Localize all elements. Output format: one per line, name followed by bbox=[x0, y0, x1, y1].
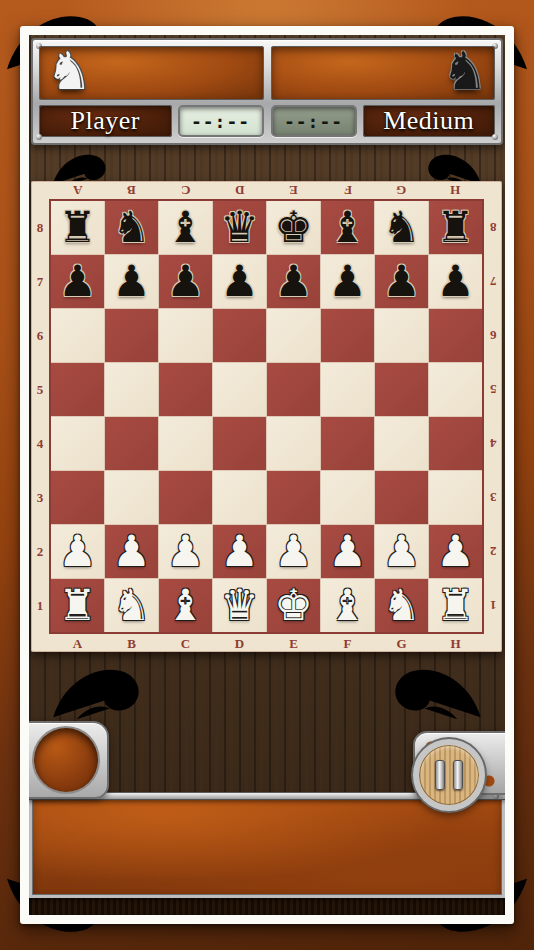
player-icon-row: ♞ ♞ bbox=[39, 46, 495, 100]
rank-label-7: 7 bbox=[37, 275, 44, 288]
pause-button[interactable] bbox=[413, 739, 485, 811]
file-label-a: A bbox=[73, 637, 82, 650]
file-label-c: C bbox=[181, 637, 190, 650]
file-label-g: G bbox=[396, 637, 406, 650]
file-label-f: F bbox=[344, 184, 352, 197]
piece-black-king: ♚ bbox=[274, 201, 313, 254]
white-knight-icon: ♞ bbox=[46, 46, 93, 98]
square-b1[interactable]: ♞ bbox=[105, 579, 158, 632]
black-player-panel: ♞ bbox=[271, 46, 496, 100]
piece-white-pawn: ♟ bbox=[274, 525, 313, 578]
file-label-h: H bbox=[450, 184, 460, 197]
player-info-row: Player --:-- --:-- Medium bbox=[39, 105, 495, 137]
file-label-f: F bbox=[344, 637, 352, 650]
square-h2[interactable]: ♟ bbox=[429, 525, 482, 578]
file-labels-top: ABCDEFGH bbox=[49, 181, 484, 199]
rank-labels-left: 87654321 bbox=[31, 199, 49, 634]
rank-label-5: 5 bbox=[490, 383, 497, 396]
tray-circle bbox=[34, 728, 98, 792]
square-a6[interactable] bbox=[51, 309, 104, 362]
piece-black-rook: ♜ bbox=[436, 201, 475, 254]
rank-label-5: 5 bbox=[37, 383, 44, 396]
square-c5[interactable] bbox=[159, 363, 212, 416]
black-clock: --:-- bbox=[271, 105, 357, 137]
square-h4[interactable] bbox=[429, 417, 482, 470]
square-h5[interactable] bbox=[429, 363, 482, 416]
square-a4[interactable] bbox=[51, 417, 104, 470]
square-c2[interactable]: ♟ bbox=[159, 525, 212, 578]
square-a3[interactable] bbox=[51, 471, 104, 524]
square-b3[interactable] bbox=[105, 471, 158, 524]
game-screen: ♞ ♞ Player --:-- --:-- Medium ABCDEFGH bbox=[29, 35, 505, 915]
piece-white-knight: ♞ bbox=[112, 579, 151, 632]
piece-black-pawn: ♟ bbox=[382, 255, 421, 308]
square-f1[interactable]: ♝ bbox=[321, 579, 374, 632]
piece-black-rook: ♜ bbox=[58, 201, 97, 254]
app-card: ♞ ♞ Player --:-- --:-- Medium ABCDEFGH bbox=[20, 26, 514, 924]
black-knight-icon: ♞ bbox=[441, 46, 488, 98]
square-a2[interactable]: ♟ bbox=[51, 525, 104, 578]
square-c1[interactable]: ♝ bbox=[159, 579, 212, 632]
piece-black-pawn: ♟ bbox=[220, 255, 259, 308]
file-label-h: H bbox=[450, 637, 460, 650]
square-f6[interactable] bbox=[321, 309, 374, 362]
black-player-name: Medium bbox=[363, 105, 496, 137]
file-label-g: G bbox=[396, 184, 406, 197]
square-b7[interactable]: ♟ bbox=[105, 255, 158, 308]
rank-label-6: 6 bbox=[37, 329, 44, 342]
square-f4[interactable] bbox=[321, 417, 374, 470]
square-d1[interactable]: ♛ bbox=[213, 579, 266, 632]
square-e4[interactable] bbox=[267, 417, 320, 470]
square-f2[interactable]: ♟ bbox=[321, 525, 374, 578]
square-g7[interactable]: ♟ bbox=[375, 255, 428, 308]
wood-flourish-bottom-right bbox=[371, 657, 501, 725]
square-h1[interactable]: ♜ bbox=[429, 579, 482, 632]
file-label-d: D bbox=[235, 637, 244, 650]
rank-labels-right: 87654321 bbox=[484, 199, 502, 634]
bottom-panel bbox=[29, 793, 505, 898]
piece-black-pawn: ♟ bbox=[274, 255, 313, 308]
piece-black-queen: ♛ bbox=[220, 201, 259, 254]
piece-black-pawn: ♟ bbox=[112, 255, 151, 308]
file-labels-bottom: ABCDEFGH bbox=[49, 634, 484, 652]
rank-label-1: 1 bbox=[490, 599, 497, 612]
white-player-panel: ♞ bbox=[39, 46, 264, 100]
piece-black-knight: ♞ bbox=[112, 201, 151, 254]
white-info: Player --:-- bbox=[39, 105, 264, 137]
screw bbox=[36, 134, 42, 140]
square-c6[interactable] bbox=[159, 309, 212, 362]
rank-label-3: 3 bbox=[490, 491, 497, 504]
file-label-e: E bbox=[289, 184, 298, 197]
piece-white-pawn: ♟ bbox=[220, 525, 259, 578]
rank-label-4: 4 bbox=[490, 437, 497, 450]
square-d5[interactable] bbox=[213, 363, 266, 416]
square-c8[interactable]: ♝ bbox=[159, 201, 212, 254]
square-e2[interactable]: ♟ bbox=[267, 525, 320, 578]
rank-label-3: 3 bbox=[37, 491, 44, 504]
piece-black-knight: ♞ bbox=[382, 201, 421, 254]
piece-white-pawn: ♟ bbox=[166, 525, 205, 578]
top-bar: ♞ ♞ Player --:-- --:-- Medium bbox=[31, 38, 503, 145]
square-a1[interactable]: ♜ bbox=[51, 579, 104, 632]
square-b5[interactable] bbox=[105, 363, 158, 416]
square-e1[interactable]: ♚ bbox=[267, 579, 320, 632]
piece-white-pawn: ♟ bbox=[382, 525, 421, 578]
piece-white-pawn: ♟ bbox=[436, 525, 475, 578]
file-label-b: B bbox=[127, 184, 136, 197]
screw bbox=[492, 134, 498, 140]
square-d8[interactable]: ♛ bbox=[213, 201, 266, 254]
captured-pieces-tray bbox=[29, 721, 109, 799]
rank-label-2: 2 bbox=[490, 545, 497, 558]
square-d2[interactable]: ♟ bbox=[213, 525, 266, 578]
file-label-d: D bbox=[235, 184, 244, 197]
square-d6[interactable] bbox=[213, 309, 266, 362]
square-e6[interactable] bbox=[267, 309, 320, 362]
square-a5[interactable] bbox=[51, 363, 104, 416]
piece-black-bishop: ♝ bbox=[328, 201, 367, 254]
square-h8[interactable]: ♜ bbox=[429, 201, 482, 254]
square-h6[interactable] bbox=[429, 309, 482, 362]
white-player-name: Player bbox=[39, 105, 172, 137]
square-g2[interactable]: ♟ bbox=[375, 525, 428, 578]
piece-white-rook: ♜ bbox=[58, 579, 97, 632]
square-c4[interactable] bbox=[159, 417, 212, 470]
piece-white-bishop: ♝ bbox=[328, 579, 367, 632]
square-d7[interactable]: ♟ bbox=[213, 255, 266, 308]
rank-label-8: 8 bbox=[490, 221, 497, 234]
piece-white-rook: ♜ bbox=[436, 579, 475, 632]
piece-white-pawn: ♟ bbox=[58, 525, 97, 578]
rank-label-8: 8 bbox=[37, 221, 44, 234]
square-g4[interactable] bbox=[375, 417, 428, 470]
square-g3[interactable] bbox=[375, 471, 428, 524]
square-b4[interactable] bbox=[105, 417, 158, 470]
app-background: { "game": "chess", "position": "rnbqkbnr… bbox=[0, 0, 534, 950]
square-e7[interactable]: ♟ bbox=[267, 255, 320, 308]
rank-label-7: 7 bbox=[490, 275, 497, 288]
piece-black-pawn: ♟ bbox=[166, 255, 205, 308]
rank-label-1: 1 bbox=[37, 599, 44, 612]
square-g1[interactable]: ♞ bbox=[375, 579, 428, 632]
rank-label-4: 4 bbox=[37, 437, 44, 450]
square-f7[interactable]: ♟ bbox=[321, 255, 374, 308]
square-h3[interactable] bbox=[429, 471, 482, 524]
piece-black-pawn: ♟ bbox=[436, 255, 475, 308]
file-label-b: B bbox=[127, 637, 136, 650]
black-info: --:-- Medium bbox=[271, 105, 496, 137]
chess-board: ABCDEFGH 87654321 ♜♞♝♛♚♝♞♜♟♟♟♟♟♟♟♟♟♟♟♟♟♟… bbox=[31, 181, 502, 652]
piece-black-bishop: ♝ bbox=[166, 201, 205, 254]
piece-black-pawn: ♟ bbox=[58, 255, 97, 308]
square-f5[interactable] bbox=[321, 363, 374, 416]
file-label-a: A bbox=[73, 184, 82, 197]
white-clock: --:-- bbox=[178, 105, 264, 137]
square-e3[interactable] bbox=[267, 471, 320, 524]
file-label-e: E bbox=[289, 637, 298, 650]
piece-white-pawn: ♟ bbox=[328, 525, 367, 578]
square-b6[interactable] bbox=[105, 309, 158, 362]
square-d4[interactable] bbox=[213, 417, 266, 470]
rank-label-6: 6 bbox=[490, 329, 497, 342]
square-b2[interactable]: ♟ bbox=[105, 525, 158, 578]
piece-black-pawn: ♟ bbox=[328, 255, 367, 308]
board-grid: ♜♞♝♛♚♝♞♜♟♟♟♟♟♟♟♟♟♟♟♟♟♟♟♟♜♞♝♛♚♝♞♜ bbox=[49, 199, 484, 634]
square-c7[interactable]: ♟ bbox=[159, 255, 212, 308]
square-h7[interactable]: ♟ bbox=[429, 255, 482, 308]
rank-label-2: 2 bbox=[37, 545, 44, 558]
square-a7[interactable]: ♟ bbox=[51, 255, 104, 308]
file-label-c: C bbox=[181, 184, 190, 197]
square-g8[interactable]: ♞ bbox=[375, 201, 428, 254]
piece-white-queen: ♛ bbox=[220, 579, 259, 632]
wood-flourish-bottom-left bbox=[33, 657, 163, 725]
square-e5[interactable] bbox=[267, 363, 320, 416]
piece-white-knight: ♞ bbox=[382, 579, 421, 632]
square-f8[interactable]: ♝ bbox=[321, 201, 374, 254]
piece-white-bishop: ♝ bbox=[166, 579, 205, 632]
square-a8[interactable]: ♜ bbox=[51, 201, 104, 254]
square-b8[interactable]: ♞ bbox=[105, 201, 158, 254]
square-g6[interactable] bbox=[375, 309, 428, 362]
piece-white-pawn: ♟ bbox=[112, 525, 151, 578]
square-c3[interactable] bbox=[159, 471, 212, 524]
piece-white-king: ♚ bbox=[274, 579, 313, 632]
square-f3[interactable] bbox=[321, 471, 374, 524]
pause-icon bbox=[435, 760, 445, 790]
pause-icon bbox=[453, 760, 463, 790]
bottom-wood-strip bbox=[29, 898, 505, 915]
square-d3[interactable] bbox=[213, 471, 266, 524]
square-g5[interactable] bbox=[375, 363, 428, 416]
square-e8[interactable]: ♚ bbox=[267, 201, 320, 254]
